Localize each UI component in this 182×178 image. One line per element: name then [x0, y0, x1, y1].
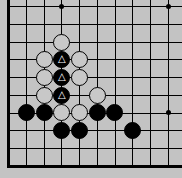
intersection-B1[interactable] [18, 157, 36, 175]
intersection-G5[interactable] [106, 86, 124, 104]
black-stone [18, 104, 35, 121]
intersection-G1[interactable] [106, 157, 124, 175]
intersection-A6[interactable] [0, 69, 18, 87]
intersection-D4[interactable] [53, 104, 71, 122]
intersection-A7[interactable] [0, 51, 18, 69]
black-stone [124, 122, 141, 139]
intersection-D3[interactable] [53, 122, 71, 140]
board-continues-right [177, 33, 182, 51]
intersection-J5[interactable] [142, 86, 160, 104]
intersection-B6[interactable] [18, 69, 36, 87]
intersection-G6[interactable] [106, 69, 124, 87]
intersection-B4[interactable] [18, 104, 36, 122]
white-stone [71, 69, 88, 86]
intersection-F8[interactable] [88, 33, 106, 51]
intersection-H9[interactable] [124, 16, 142, 34]
intersection-F6[interactable] [88, 69, 106, 87]
intersection-B7[interactable] [18, 51, 36, 69]
intersection-E5[interactable] [71, 86, 89, 104]
go-board-grid: △△△ [0, 0, 182, 175]
white-stone [36, 51, 53, 68]
intersection-C10[interactable] [35, 0, 53, 16]
intersection-J1[interactable] [142, 157, 160, 175]
intersection-C8[interactable] [35, 33, 53, 51]
intersection-C2[interactable] [35, 140, 53, 158]
intersection-B9[interactable] [18, 16, 36, 34]
board-continues-right [177, 122, 182, 140]
star-point [166, 4, 171, 9]
board-continues-right [177, 157, 182, 175]
intersection-H10[interactable] [124, 0, 142, 16]
intersection-J4[interactable] [142, 104, 160, 122]
intersection-C5[interactable] [35, 86, 53, 104]
intersection-F4[interactable] [88, 104, 106, 122]
intersection-E2[interactable] [71, 140, 89, 158]
triangle-mark-icon: △ [54, 88, 69, 103]
intersection-B5[interactable] [18, 86, 36, 104]
intersection-F3[interactable] [88, 122, 106, 140]
intersection-F1[interactable] [88, 157, 106, 175]
intersection-C3[interactable] [35, 122, 53, 140]
intersection-H3[interactable] [124, 122, 142, 140]
black-stone [36, 104, 53, 121]
go-board: △△△ [0, 0, 182, 178]
intersection-E1[interactable] [71, 157, 89, 175]
intersection-K4[interactable] [159, 104, 177, 122]
intersection-F9[interactable] [88, 16, 106, 34]
board-continues-right [177, 0, 182, 16]
intersection-D1[interactable] [53, 157, 71, 175]
intersection-E4[interactable] [71, 104, 89, 122]
intersection-G4[interactable] [106, 104, 124, 122]
white-stone [53, 104, 70, 121]
intersection-B10[interactable] [18, 0, 36, 16]
intersection-A9[interactable] [0, 16, 18, 34]
intersection-B3[interactable] [18, 122, 36, 140]
intersection-A5[interactable] [0, 86, 18, 104]
intersection-E9[interactable] [71, 16, 89, 34]
black-stone [53, 122, 70, 139]
intersection-B2[interactable] [18, 140, 36, 158]
intersection-D9[interactable] [53, 16, 71, 34]
intersection-G9[interactable] [106, 16, 124, 34]
intersection-K8[interactable] [159, 33, 177, 51]
intersection-A1[interactable] [0, 157, 18, 175]
intersection-D7[interactable]: △ [53, 51, 71, 69]
intersection-J6[interactable] [142, 69, 160, 87]
intersection-K10[interactable] [159, 0, 177, 16]
intersection-K6[interactable] [159, 69, 177, 87]
star-point [166, 110, 171, 115]
intersection-D8[interactable] [53, 33, 71, 51]
intersection-E6[interactable] [71, 69, 89, 87]
intersection-H4[interactable] [124, 104, 142, 122]
intersection-K2[interactable] [159, 140, 177, 158]
intersection-C9[interactable] [35, 16, 53, 34]
intersection-G2[interactable] [106, 140, 124, 158]
star-point [59, 4, 64, 9]
white-stone [89, 87, 106, 104]
white-stone [71, 104, 88, 121]
intersection-A3[interactable] [0, 122, 18, 140]
intersection-C7[interactable] [35, 51, 53, 69]
intersection-E7[interactable] [71, 51, 89, 69]
black-stone [106, 104, 123, 121]
intersection-K3[interactable] [159, 122, 177, 140]
white-stone [36, 69, 53, 86]
intersection-F7[interactable] [88, 51, 106, 69]
board-continues-right [177, 16, 182, 34]
board-continues-right [177, 86, 182, 104]
intersection-E10[interactable] [71, 0, 89, 16]
intersection-K5[interactable] [159, 86, 177, 104]
intersection-C1[interactable] [35, 157, 53, 175]
intersection-J8[interactable] [142, 33, 160, 51]
intersection-F2[interactable] [88, 140, 106, 158]
white-stone [36, 87, 53, 104]
board-continues-right [177, 140, 182, 158]
intersection-J9[interactable] [142, 16, 160, 34]
board-continues-right [177, 69, 182, 87]
intersection-G10[interactable] [106, 0, 124, 16]
intersection-J2[interactable] [142, 140, 160, 158]
triangle-mark-icon: △ [54, 70, 69, 85]
intersection-D2[interactable] [53, 140, 71, 158]
intersection-D5[interactable]: △ [53, 86, 71, 104]
intersection-H7[interactable] [124, 51, 142, 69]
intersection-E3[interactable] [71, 122, 89, 140]
white-stone [53, 34, 70, 51]
intersection-G8[interactable] [106, 33, 124, 51]
triangle-mark-icon: △ [54, 52, 69, 67]
intersection-K1[interactable] [159, 157, 177, 175]
intersection-E8[interactable] [71, 33, 89, 51]
intersection-H6[interactable] [124, 69, 142, 87]
intersection-B8[interactable] [18, 33, 36, 51]
white-stone [71, 51, 88, 68]
intersection-H1[interactable] [124, 157, 142, 175]
intersection-C4[interactable] [35, 104, 53, 122]
intersection-C6[interactable] [35, 69, 53, 87]
board-continues-right [177, 51, 182, 69]
intersection-F5[interactable] [88, 86, 106, 104]
intersection-A4[interactable] [0, 104, 18, 122]
black-stone-marked: △ [53, 51, 70, 68]
black-stone [71, 122, 88, 139]
intersection-G3[interactable] [106, 122, 124, 140]
intersection-J7[interactable] [142, 51, 160, 69]
intersection-J10[interactable] [142, 0, 160, 16]
intersection-K9[interactable] [159, 16, 177, 34]
intersection-D6[interactable]: △ [53, 69, 71, 87]
intersection-K7[interactable] [159, 51, 177, 69]
intersection-A2[interactable] [0, 140, 18, 158]
intersection-A10[interactable] [0, 0, 18, 16]
intersection-H8[interactable] [124, 33, 142, 51]
intersection-A8[interactable] [0, 33, 18, 51]
intersection-H2[interactable] [124, 140, 142, 158]
intersection-F10[interactable] [88, 0, 106, 16]
black-stone [89, 104, 106, 121]
black-stone-marked: △ [53, 69, 70, 86]
board-continues-right [177, 104, 182, 122]
intersection-D10[interactable] [53, 0, 71, 16]
intersection-J3[interactable] [142, 122, 160, 140]
intersection-G7[interactable] [106, 51, 124, 69]
black-stone-marked: △ [53, 87, 70, 104]
intersection-H5[interactable] [124, 86, 142, 104]
